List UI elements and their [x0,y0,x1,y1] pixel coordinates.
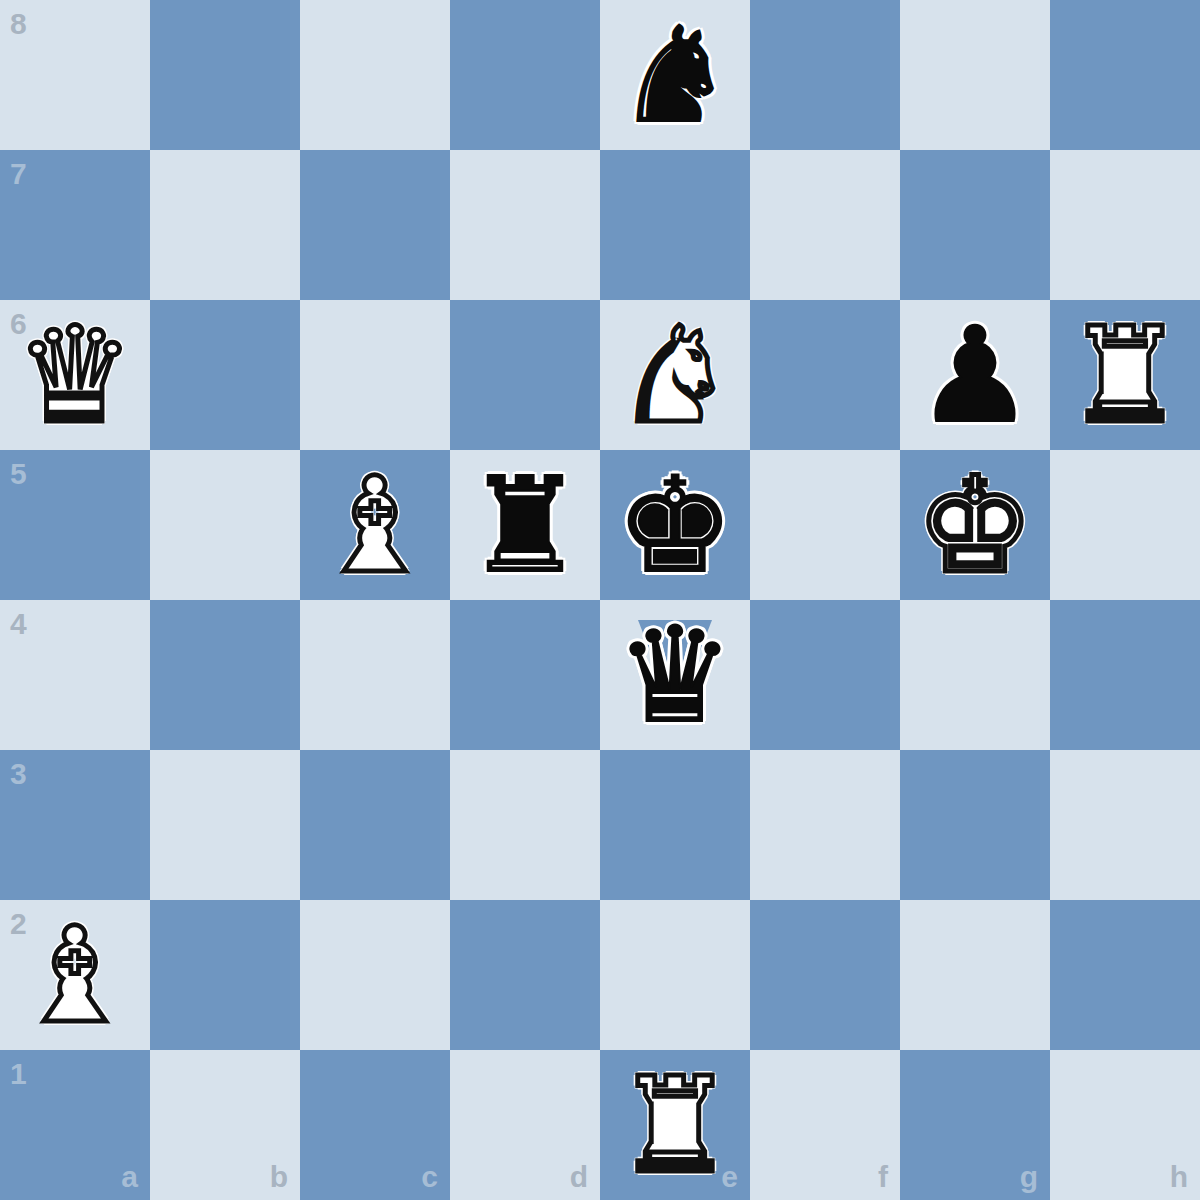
square-d5[interactable]: ♜ [450,450,600,600]
file-label-d: d [570,1162,588,1192]
square-e2[interactable] [600,900,750,1050]
square-g5[interactable]: ♚ [900,450,1050,600]
black-knight-e8[interactable]: ♞ [600,0,750,150]
square-e7[interactable] [600,150,750,300]
bishop-icon: ♝ [16,900,134,1050]
square-b1[interactable]: b [150,1050,300,1200]
square-d8[interactable] [450,0,600,150]
square-g4[interactable] [900,600,1050,750]
square-g8[interactable] [900,0,1050,150]
rook-icon: ♜ [1066,300,1184,450]
black-rook-d5[interactable]: ♜ [450,450,600,600]
square-d4[interactable] [450,600,600,750]
square-c7[interactable] [300,150,450,300]
square-h5[interactable] [1050,450,1200,600]
square-f6[interactable] [750,300,900,450]
square-a1[interactable]: 1a [0,1050,150,1200]
square-a5[interactable]: 5 [0,450,150,600]
square-b4[interactable] [150,600,300,750]
square-c5[interactable]: ♝ [300,450,450,600]
square-h4[interactable] [1050,600,1200,750]
square-g6[interactable]: ♟ [900,300,1050,450]
file-label-h: h [1170,1162,1188,1192]
square-d2[interactable] [450,900,600,1050]
white-knight-e6[interactable]: ♞ [600,300,750,450]
black-king-e5[interactable]: ♚ [600,450,750,600]
square-h7[interactable] [1050,150,1200,300]
rank-label-3: 3 [10,759,27,789]
square-f5[interactable] [750,450,900,600]
square-e5[interactable]: ♚ [600,450,750,600]
knight-icon: ♞ [616,0,734,150]
file-label-b: b [270,1162,288,1192]
rook-icon: ♜ [466,450,584,600]
file-label-f: f [878,1162,888,1192]
queen-icon: ♛ [16,300,134,450]
square-h6[interactable]: ♜ [1050,300,1200,450]
square-b6[interactable] [150,300,300,450]
white-queen-a6[interactable]: ♛ [0,300,150,450]
chessboard: 8♞76♛♞♟♜5♝♜♚♚4♛32♝1abcde♜fgh [0,0,1200,1200]
square-g2[interactable] [900,900,1050,1050]
black-queen-e4[interactable]: ♛ [600,600,750,750]
square-e6[interactable]: ♞ [600,300,750,450]
square-c1[interactable]: c [300,1050,450,1200]
square-e8[interactable]: ♞ [600,0,750,150]
rank-label-1: 1 [10,1059,27,1089]
square-c6[interactable] [300,300,450,450]
square-g7[interactable] [900,150,1050,300]
square-e4[interactable]: ♛ [600,600,750,750]
bishop-icon: ♝ [316,450,434,600]
rank-label-8: 8 [10,9,27,39]
square-f2[interactable] [750,900,900,1050]
square-f4[interactable] [750,600,900,750]
square-h3[interactable] [1050,750,1200,900]
white-king-g5[interactable]: ♚ [900,450,1050,600]
square-b7[interactable] [150,150,300,300]
white-bishop-a2[interactable]: ♝ [0,900,150,1050]
square-f3[interactable] [750,750,900,900]
square-h1[interactable]: h [1050,1050,1200,1200]
rook-icon: ♜ [616,1050,734,1200]
knight-icon: ♞ [616,300,734,450]
square-c3[interactable] [300,750,450,900]
square-a3[interactable]: 3 [0,750,150,900]
rank-label-7: 7 [10,159,27,189]
white-rook-e1[interactable]: ♜ [600,1050,750,1200]
square-e1[interactable]: e♜ [600,1050,750,1200]
square-g3[interactable] [900,750,1050,900]
black-pawn-g6[interactable]: ♟ [900,300,1050,450]
file-label-a: a [121,1162,138,1192]
square-b5[interactable] [150,450,300,600]
king-icon: ♚ [616,450,734,600]
square-b2[interactable] [150,900,300,1050]
square-e3[interactable] [600,750,750,900]
square-c2[interactable] [300,900,450,1050]
square-a6[interactable]: 6♛ [0,300,150,450]
square-d3[interactable] [450,750,600,900]
square-a8[interactable]: 8 [0,0,150,150]
king-icon: ♚ [916,450,1034,600]
square-d7[interactable] [450,150,600,300]
file-label-c: c [421,1162,438,1192]
square-c8[interactable] [300,0,450,150]
square-g1[interactable]: g [900,1050,1050,1200]
queen-icon: ♛ [616,600,734,750]
white-bishop-c5[interactable]: ♝ [300,450,450,600]
pawn-icon: ♟ [916,300,1034,450]
square-c4[interactable] [300,600,450,750]
square-h8[interactable] [1050,0,1200,150]
square-a4[interactable]: 4 [0,600,150,750]
file-label-g: g [1020,1162,1038,1192]
square-f8[interactable] [750,0,900,150]
square-b8[interactable] [150,0,300,150]
square-f7[interactable] [750,150,900,300]
white-rook-h6[interactable]: ♜ [1050,300,1200,450]
square-a7[interactable]: 7 [0,150,150,300]
square-h2[interactable] [1050,900,1200,1050]
square-b3[interactable] [150,750,300,900]
square-d6[interactable] [450,300,600,450]
square-a2[interactable]: 2♝ [0,900,150,1050]
square-d1[interactable]: d [450,1050,600,1200]
rank-label-5: 5 [10,459,27,489]
square-f1[interactable]: f [750,1050,900,1200]
rank-label-4: 4 [10,609,27,639]
